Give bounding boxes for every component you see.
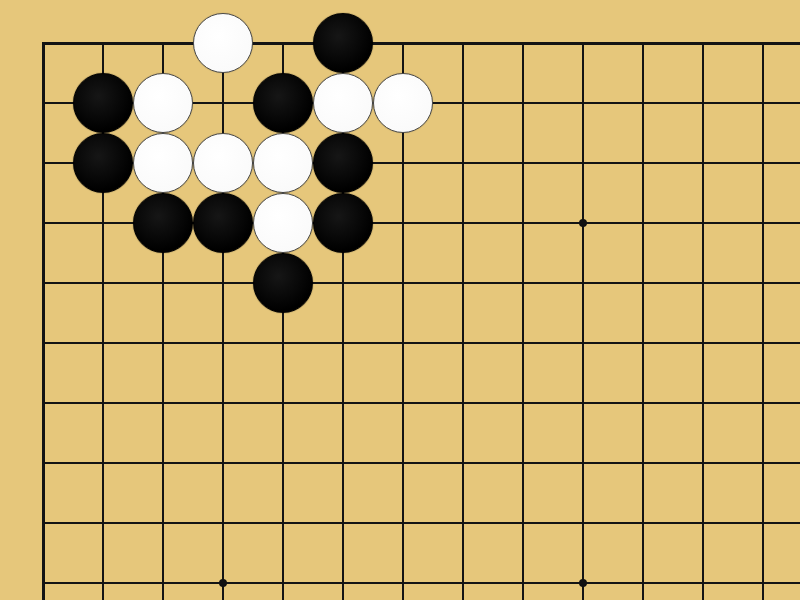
black-stone-E18[interactable] <box>253 73 313 133</box>
white-stone-F18[interactable] <box>313 73 373 133</box>
black-stone-B17[interactable] <box>73 133 133 193</box>
white-stone-C17[interactable] <box>133 133 193 193</box>
white-stone-D19[interactable] <box>193 13 253 73</box>
white-stone-E16[interactable] <box>253 193 313 253</box>
white-stone-C18[interactable] <box>133 73 193 133</box>
black-stone-C16[interactable] <box>133 193 193 253</box>
white-stone-D17[interactable] <box>193 133 253 193</box>
stones-layer <box>13 13 793 600</box>
black-stone-B18[interactable] <box>73 73 133 133</box>
white-stone-E17[interactable] <box>253 133 313 193</box>
black-stone-F16[interactable] <box>313 193 373 253</box>
black-stone-F19[interactable] <box>313 13 373 73</box>
black-stone-F17[interactable] <box>313 133 373 193</box>
black-stone-D16[interactable] <box>193 193 253 253</box>
white-stone-G18[interactable] <box>373 73 433 133</box>
black-stone-E15[interactable] <box>253 253 313 313</box>
go-board[interactable] <box>0 0 800 600</box>
